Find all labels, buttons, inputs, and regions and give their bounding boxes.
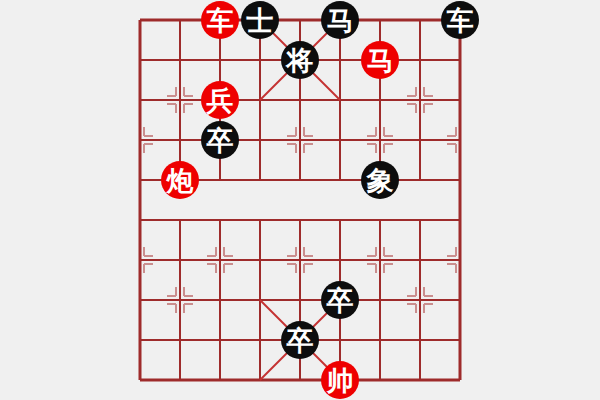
piece-layer: 车士马车将马兵卒炮象卒卒帅	[120, 0, 480, 400]
piece-black-horse[interactable]: 马	[321, 1, 359, 39]
piece-red-cannon[interactable]: 炮	[161, 161, 199, 199]
piece-red-horse[interactable]: 马	[361, 41, 399, 79]
piece-red-chariot[interactable]: 车	[201, 1, 239, 39]
piece-black-soldier[interactable]: 卒	[281, 321, 319, 359]
piece-black-general[interactable]: 将	[281, 41, 319, 79]
piece-red-soldier[interactable]: 兵	[201, 81, 239, 119]
piece-black-elephant[interactable]: 象	[361, 161, 399, 199]
xiangqi-board: 车士马车将马兵卒炮象卒卒帅	[0, 0, 600, 400]
piece-black-chariot[interactable]: 车	[441, 1, 479, 39]
piece-red-general[interactable]: 帅	[321, 361, 359, 399]
piece-black-advisor[interactable]: 士	[241, 1, 279, 39]
piece-black-soldier[interactable]: 卒	[201, 121, 239, 159]
piece-black-soldier[interactable]: 卒	[321, 281, 359, 319]
